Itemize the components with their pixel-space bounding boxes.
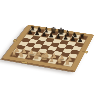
- square-c1: ♝: [25, 55, 35, 60]
- hinge-left: [13, 39, 18, 42]
- piece-black-queen: ♛: [50, 26, 57, 34]
- board-grid: ♜♞♝♛♚♝♞♜♟♟♟♟♟♟♟♟♟♟♟♟♟♟♟♟♜♞♝♛♚♝♞♜: [9, 28, 88, 67]
- clasp: [21, 61, 27, 64]
- square-a1: ♜: [10, 52, 20, 57]
- piece-white-rook: ♜: [10, 50, 18, 56]
- square-h7: ♟: [76, 39, 85, 44]
- scene: ♜♞♝♛♚♝♞♜♟♟♟♟♟♟♟♟♟♟♟♟♟♟♟♟♜♞♝♛♚♝♞♜: [0, 0, 100, 100]
- chess-board: ♜♞♝♛♚♝♞♜♟♟♟♟♟♟♟♟♟♟♟♟♟♟♟♟♜♞♝♛♚♝♞♜: [2, 25, 94, 71]
- square-h6: [74, 42, 83, 47]
- square-b5: [28, 39, 38, 44]
- square-h1: ♜: [63, 61, 73, 66]
